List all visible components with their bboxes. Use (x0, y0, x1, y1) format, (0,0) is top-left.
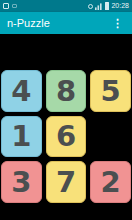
signal-icon (95, 3, 102, 10)
tile-5[interactable]: 5 (90, 70, 131, 112)
empty-cell (90, 116, 131, 158)
tile-number: 8 (56, 74, 76, 108)
tile-7[interactable]: 7 (46, 161, 87, 203)
phone-screen: 20:28 n-Puzzle ⋮ 4 8 5 1 6 3 7 2 (0, 0, 132, 220)
notification-icon (12, 4, 17, 8)
tile-2[interactable]: 2 (90, 161, 131, 203)
tile-number: 4 (11, 74, 31, 108)
screenshot-notification-icon (3, 3, 9, 9)
tile-number: 2 (101, 165, 121, 199)
tile-number: 1 (11, 119, 31, 153)
status-bar: 20:28 (0, 0, 132, 12)
app-title: n-Puzzle (7, 17, 50, 29)
tile-number: 3 (11, 165, 31, 199)
tile-8[interactable]: 8 (46, 70, 87, 112)
puzzle-board: 4 8 5 1 6 3 7 2 (1, 70, 131, 203)
tile-number: 7 (56, 165, 76, 199)
tile-4[interactable]: 4 (1, 70, 42, 112)
overflow-menu-icon[interactable]: ⋮ (110, 12, 125, 34)
status-bar-right: 20:28 (88, 0, 129, 12)
tile-number: 5 (101, 74, 121, 108)
tile-6[interactable]: 6 (46, 116, 87, 158)
alarm-icon (88, 4, 93, 9)
tile-1[interactable]: 1 (1, 116, 42, 158)
battery-icon (105, 2, 109, 10)
tile-3[interactable]: 3 (1, 161, 42, 203)
app-bar: n-Puzzle ⋮ (0, 12, 132, 34)
tile-number: 6 (56, 119, 76, 153)
status-bar-clock: 20:28 (111, 0, 129, 12)
